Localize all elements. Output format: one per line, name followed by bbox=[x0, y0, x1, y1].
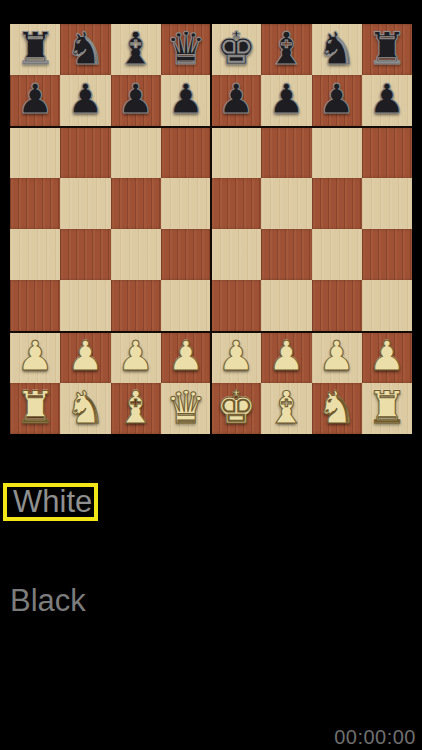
square-a5[interactable] bbox=[10, 178, 60, 229]
square-g5[interactable] bbox=[312, 178, 362, 229]
square-e5[interactable] bbox=[211, 178, 261, 229]
square-c1[interactable]: ♝ bbox=[111, 383, 161, 434]
square-d1[interactable]: ♛ bbox=[161, 383, 211, 434]
square-a6[interactable] bbox=[10, 127, 60, 178]
square-a3[interactable] bbox=[10, 280, 60, 331]
piece-black-rook[interactable]: ♜ bbox=[367, 26, 407, 71]
square-g1[interactable]: ♞ bbox=[312, 383, 362, 434]
piece-black-pawn[interactable]: ♟ bbox=[268, 79, 305, 120]
player-white-label: White bbox=[13, 486, 92, 517]
piece-white-pawn[interactable]: ♟ bbox=[17, 336, 54, 377]
piece-black-bishop[interactable]: ♝ bbox=[266, 26, 306, 71]
square-h1[interactable]: ♜ bbox=[362, 383, 412, 434]
square-f1[interactable]: ♝ bbox=[261, 383, 311, 434]
square-c5[interactable] bbox=[111, 178, 161, 229]
piece-black-pawn[interactable]: ♟ bbox=[117, 79, 154, 120]
square-h5[interactable] bbox=[362, 178, 412, 229]
piece-white-pawn[interactable]: ♟ bbox=[167, 336, 204, 377]
chess-board[interactable]: ♜♞♝♛♚♝♞♜♟♟♟♟♟♟♟♟♟♟♟♟♟♟♟♟♜♞♝♛♚♝♞♜ bbox=[10, 24, 412, 434]
square-g6[interactable] bbox=[312, 127, 362, 178]
square-h4[interactable] bbox=[362, 229, 412, 280]
square-d8[interactable]: ♛ bbox=[161, 24, 211, 75]
square-h3[interactable] bbox=[362, 280, 412, 331]
square-b8[interactable]: ♞ bbox=[60, 24, 110, 75]
square-c3[interactable] bbox=[111, 280, 161, 331]
piece-black-bishop[interactable]: ♝ bbox=[115, 26, 155, 71]
piece-black-queen[interactable]: ♛ bbox=[166, 26, 206, 71]
square-d7[interactable]: ♟ bbox=[161, 75, 211, 126]
piece-black-knight[interactable]: ♞ bbox=[65, 26, 105, 71]
square-e3[interactable] bbox=[211, 280, 261, 331]
square-c4[interactable] bbox=[111, 229, 161, 280]
square-g8[interactable]: ♞ bbox=[312, 24, 362, 75]
square-g7[interactable]: ♟ bbox=[312, 75, 362, 126]
piece-black-rook[interactable]: ♜ bbox=[15, 26, 55, 71]
square-h7[interactable]: ♟ bbox=[362, 75, 412, 126]
square-c7[interactable]: ♟ bbox=[111, 75, 161, 126]
piece-black-pawn[interactable]: ♟ bbox=[17, 79, 54, 120]
piece-white-bishop[interactable]: ♝ bbox=[115, 385, 155, 430]
square-g4[interactable] bbox=[312, 229, 362, 280]
square-d5[interactable] bbox=[161, 178, 211, 229]
square-f5[interactable] bbox=[261, 178, 311, 229]
square-g3[interactable] bbox=[312, 280, 362, 331]
square-e2[interactable]: ♟ bbox=[211, 332, 261, 383]
square-b1[interactable]: ♞ bbox=[60, 383, 110, 434]
square-a1[interactable]: ♜ bbox=[10, 383, 60, 434]
square-h2[interactable]: ♟ bbox=[362, 332, 412, 383]
square-a4[interactable] bbox=[10, 229, 60, 280]
piece-white-pawn[interactable]: ♟ bbox=[318, 336, 355, 377]
piece-white-knight[interactable]: ♞ bbox=[65, 385, 105, 430]
square-h8[interactable]: ♜ bbox=[362, 24, 412, 75]
square-b4[interactable] bbox=[60, 229, 110, 280]
square-e8[interactable]: ♚ bbox=[211, 24, 261, 75]
game-clock: 00:00:00 bbox=[334, 726, 416, 749]
piece-black-pawn[interactable]: ♟ bbox=[318, 79, 355, 120]
piece-white-rook[interactable]: ♜ bbox=[15, 385, 55, 430]
piece-black-pawn[interactable]: ♟ bbox=[67, 79, 104, 120]
piece-white-pawn[interactable]: ♟ bbox=[268, 336, 305, 377]
piece-white-knight[interactable]: ♞ bbox=[316, 385, 356, 430]
square-f6[interactable] bbox=[261, 127, 311, 178]
piece-black-king[interactable]: ♚ bbox=[216, 26, 256, 71]
square-b7[interactable]: ♟ bbox=[60, 75, 110, 126]
piece-white-rook[interactable]: ♜ bbox=[367, 385, 407, 430]
piece-black-pawn[interactable]: ♟ bbox=[218, 79, 255, 120]
piece-white-pawn[interactable]: ♟ bbox=[67, 336, 104, 377]
square-g2[interactable]: ♟ bbox=[312, 332, 362, 383]
piece-black-pawn[interactable]: ♟ bbox=[167, 79, 204, 120]
square-c2[interactable]: ♟ bbox=[111, 332, 161, 383]
square-c8[interactable]: ♝ bbox=[111, 24, 161, 75]
square-a2[interactable]: ♟ bbox=[10, 332, 60, 383]
piece-white-pawn[interactable]: ♟ bbox=[117, 336, 154, 377]
square-e7[interactable]: ♟ bbox=[211, 75, 261, 126]
piece-black-pawn[interactable]: ♟ bbox=[368, 79, 405, 120]
square-b2[interactable]: ♟ bbox=[60, 332, 110, 383]
square-h6[interactable] bbox=[362, 127, 412, 178]
square-c6[interactable] bbox=[111, 127, 161, 178]
square-f8[interactable]: ♝ bbox=[261, 24, 311, 75]
square-b3[interactable] bbox=[60, 280, 110, 331]
square-f7[interactable]: ♟ bbox=[261, 75, 311, 126]
square-d2[interactable]: ♟ bbox=[161, 332, 211, 383]
player-white-selector[interactable]: White bbox=[3, 483, 98, 521]
square-e4[interactable] bbox=[211, 229, 261, 280]
square-e6[interactable] bbox=[211, 127, 261, 178]
square-f2[interactable]: ♟ bbox=[261, 332, 311, 383]
square-d3[interactable] bbox=[161, 280, 211, 331]
square-d6[interactable] bbox=[161, 127, 211, 178]
square-f3[interactable] bbox=[261, 280, 311, 331]
piece-white-pawn[interactable]: ♟ bbox=[218, 336, 255, 377]
piece-white-queen[interactable]: ♛ bbox=[166, 385, 206, 430]
square-b5[interactable] bbox=[60, 178, 110, 229]
player-black-selector[interactable]: Black bbox=[10, 584, 86, 617]
square-a7[interactable]: ♟ bbox=[10, 75, 60, 126]
square-e1[interactable]: ♚ bbox=[211, 383, 261, 434]
piece-white-king[interactable]: ♚ bbox=[216, 385, 256, 430]
app-screen: ♜♞♝♛♚♝♞♜♟♟♟♟♟♟♟♟♟♟♟♟♟♟♟♟♜♞♝♛♚♝♞♜ White B… bbox=[0, 0, 422, 750]
piece-black-knight[interactable]: ♞ bbox=[316, 26, 356, 71]
piece-white-bishop[interactable]: ♝ bbox=[266, 385, 306, 430]
square-f4[interactable] bbox=[261, 229, 311, 280]
piece-white-pawn[interactable]: ♟ bbox=[368, 336, 405, 377]
square-a8[interactable]: ♜ bbox=[10, 24, 60, 75]
square-d4[interactable] bbox=[161, 229, 211, 280]
square-b6[interactable] bbox=[60, 127, 110, 178]
